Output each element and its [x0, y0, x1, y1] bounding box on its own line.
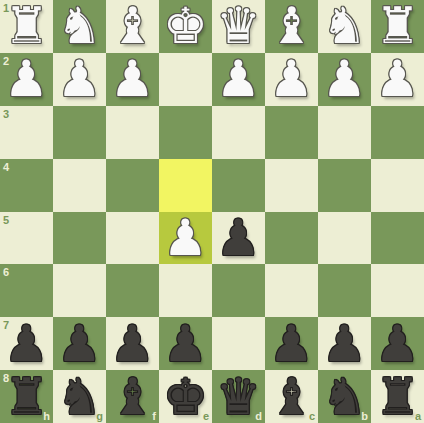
file-label-f: f	[152, 410, 156, 422]
square-c3[interactable]	[265, 106, 318, 159]
square-c7[interactable]: ♟	[265, 317, 318, 370]
piece-black-king[interactable]: ♚	[163, 371, 208, 423]
square-b6[interactable]	[318, 264, 371, 317]
square-f8[interactable]: f♝	[106, 370, 159, 423]
piece-black-rook[interactable]: ♜	[4, 371, 49, 423]
square-h8[interactable]: 8h♜	[0, 370, 53, 423]
square-h7[interactable]: 7♟	[0, 317, 53, 370]
square-h2[interactable]: 2♟	[0, 53, 53, 106]
square-f6[interactable]	[106, 264, 159, 317]
square-c6[interactable]	[265, 264, 318, 317]
square-e2[interactable]	[159, 53, 212, 106]
square-f7[interactable]: ♟	[106, 317, 159, 370]
square-g6[interactable]	[53, 264, 106, 317]
square-b8[interactable]: b♞	[318, 370, 371, 423]
square-a1[interactable]: ♜	[371, 0, 424, 53]
square-e7[interactable]: ♟	[159, 317, 212, 370]
square-g7[interactable]: ♟	[53, 317, 106, 370]
piece-white-pawn[interactable]: ♟	[110, 53, 155, 105]
square-a4[interactable]	[371, 159, 424, 212]
rank-label-5: 5	[3, 214, 9, 226]
square-d2[interactable]: ♟	[212, 53, 265, 106]
piece-black-knight[interactable]: ♞	[322, 371, 367, 423]
square-g8[interactable]: g♞	[53, 370, 106, 423]
square-g3[interactable]	[53, 106, 106, 159]
piece-white-knight[interactable]: ♞	[322, 0, 367, 52]
rank-label-7: 7	[3, 319, 9, 331]
piece-white-rook[interactable]: ♜	[4, 0, 49, 52]
file-label-a: a	[415, 410, 421, 422]
piece-black-pawn[interactable]: ♟	[4, 318, 49, 370]
square-g1[interactable]: ♞	[53, 0, 106, 53]
chess-board: 1♜♞♝♚♛♝♞♜2♟♟♟♟♟♟♟345♟♟67♟♟♟♟♟♟♟8h♜g♞f♝e♚…	[0, 0, 424, 423]
file-label-e: e	[203, 410, 209, 422]
square-a2[interactable]: ♟	[371, 53, 424, 106]
piece-white-pawn[interactable]: ♟	[163, 212, 208, 264]
square-h1[interactable]: 1♜	[0, 0, 53, 53]
piece-black-pawn[interactable]: ♟	[57, 318, 102, 370]
square-g4[interactable]	[53, 159, 106, 212]
square-f5[interactable]	[106, 212, 159, 265]
file-label-b: b	[361, 410, 368, 422]
square-g2[interactable]: ♟	[53, 53, 106, 106]
file-label-h: h	[43, 410, 50, 422]
rank-label-2: 2	[3, 55, 9, 67]
square-b3[interactable]	[318, 106, 371, 159]
piece-black-pawn[interactable]: ♟	[110, 318, 155, 370]
piece-white-pawn[interactable]: ♟	[322, 53, 367, 105]
piece-white-knight[interactable]: ♞	[57, 0, 102, 52]
square-d7[interactable]	[212, 317, 265, 370]
square-b1[interactable]: ♞	[318, 0, 371, 53]
piece-black-pawn[interactable]: ♟	[163, 318, 208, 370]
rank-label-3: 3	[3, 108, 9, 120]
square-f4[interactable]	[106, 159, 159, 212]
square-e4[interactable]	[159, 159, 212, 212]
square-d3[interactable]	[212, 106, 265, 159]
square-a5[interactable]	[371, 212, 424, 265]
square-h5[interactable]: 5	[0, 212, 53, 265]
square-h6[interactable]: 6	[0, 264, 53, 317]
square-f2[interactable]: ♟	[106, 53, 159, 106]
square-c8[interactable]: c♝	[265, 370, 318, 423]
square-c2[interactable]: ♟	[265, 53, 318, 106]
file-label-g: g	[96, 410, 103, 422]
piece-black-queen[interactable]: ♛	[216, 371, 261, 423]
square-b4[interactable]	[318, 159, 371, 212]
square-f3[interactable]	[106, 106, 159, 159]
square-e1[interactable]: ♚	[159, 0, 212, 53]
file-label-d: d	[255, 410, 262, 422]
piece-white-pawn[interactable]: ♟	[216, 53, 261, 105]
square-a8[interactable]: a♜	[371, 370, 424, 423]
square-d4[interactable]	[212, 159, 265, 212]
piece-black-pawn[interactable]: ♟	[269, 318, 314, 370]
square-d5[interactable]: ♟	[212, 212, 265, 265]
square-c5[interactable]	[265, 212, 318, 265]
piece-black-rook[interactable]: ♜	[375, 371, 420, 423]
square-d6[interactable]	[212, 264, 265, 317]
piece-white-rook[interactable]: ♜	[375, 0, 420, 52]
piece-black-bishop[interactable]: ♝	[269, 371, 314, 423]
piece-black-pawn[interactable]: ♟	[322, 318, 367, 370]
piece-white-king[interactable]: ♚	[163, 0, 208, 52]
piece-black-bishop[interactable]: ♝	[110, 371, 155, 423]
piece-white-pawn[interactable]: ♟	[375, 53, 420, 105]
square-h4[interactable]: 4	[0, 159, 53, 212]
square-g5[interactable]	[53, 212, 106, 265]
square-b7[interactable]: ♟	[318, 317, 371, 370]
square-a7[interactable]: ♟	[371, 317, 424, 370]
piece-white-bishop[interactable]: ♝	[269, 0, 314, 52]
piece-black-knight[interactable]: ♞	[57, 371, 102, 423]
rank-label-4: 4	[3, 161, 9, 173]
piece-black-pawn[interactable]: ♟	[375, 318, 420, 370]
square-d8[interactable]: d♛	[212, 370, 265, 423]
square-a3[interactable]	[371, 106, 424, 159]
square-e5[interactable]: ♟	[159, 212, 212, 265]
square-a6[interactable]	[371, 264, 424, 317]
piece-white-bishop[interactable]: ♝	[110, 0, 155, 52]
piece-white-pawn[interactable]: ♟	[4, 53, 49, 105]
piece-black-pawn[interactable]: ♟	[216, 212, 261, 264]
square-f1[interactable]: ♝	[106, 0, 159, 53]
square-c1[interactable]: ♝	[265, 0, 318, 53]
piece-white-queen[interactable]: ♛	[216, 0, 261, 52]
rank-label-1: 1	[3, 2, 9, 14]
square-c4[interactable]	[265, 159, 318, 212]
square-b2[interactable]: ♟	[318, 53, 371, 106]
file-label-c: c	[309, 410, 315, 422]
square-e3[interactable]	[159, 106, 212, 159]
rank-label-8: 8	[3, 372, 9, 384]
square-b5[interactable]	[318, 212, 371, 265]
piece-white-pawn[interactable]: ♟	[269, 53, 314, 105]
square-d1[interactable]: ♛	[212, 0, 265, 53]
piece-white-pawn[interactable]: ♟	[57, 53, 102, 105]
square-e8[interactable]: e♚	[159, 370, 212, 423]
square-e6[interactable]	[159, 264, 212, 317]
rank-label-6: 6	[3, 266, 9, 278]
square-h3[interactable]: 3	[0, 106, 53, 159]
